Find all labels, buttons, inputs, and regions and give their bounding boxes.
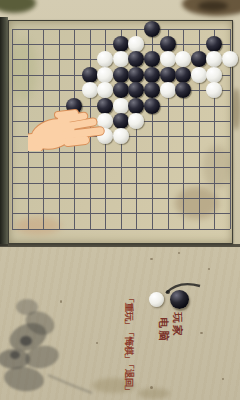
stone-white: [82, 82, 98, 98]
stone-black: [144, 82, 160, 98]
grid-line-horizontal: [12, 152, 230, 153]
computer-label: 电脑: [157, 316, 170, 342]
stone-black: [144, 98, 160, 114]
paper-speck: [200, 332, 203, 334]
vertical-char: 玩: [171, 311, 184, 324]
stone-black: [128, 98, 144, 114]
grid-line-horizontal: [12, 198, 230, 199]
paper-speck: [150, 386, 153, 389]
stone-white: [113, 98, 129, 114]
grid-line-horizontal: [12, 229, 230, 230]
stone-white: [160, 51, 176, 67]
stone-white: [97, 67, 113, 83]
stone-black: [128, 67, 144, 83]
stone-black: [191, 51, 207, 67]
paper-speck: [96, 342, 98, 344]
paper-speck: [222, 378, 224, 380]
paper-speck: [150, 258, 153, 260]
stone-black: [113, 36, 129, 52]
legend-white-stone: [149, 292, 164, 307]
stone-white: [128, 36, 144, 52]
grid-line-horizontal: [12, 167, 230, 168]
stone-white: [128, 113, 144, 129]
stone-white: [206, 82, 222, 98]
board-stain-orange: [15, 217, 61, 235]
grid-line-horizontal: [12, 213, 230, 214]
stone-white: [206, 51, 222, 67]
stone-white: [160, 82, 176, 98]
vertical-char: 」: [124, 384, 133, 397]
grid-line-horizontal: [12, 29, 230, 30]
stone-black: [160, 67, 176, 83]
stone-white: [97, 51, 113, 67]
vertical-char: 家: [171, 324, 184, 337]
brush-flourish: [163, 278, 203, 298]
stone-black: [175, 67, 191, 83]
ink-flower-painting: [0, 285, 100, 400]
grid-line-horizontal: [12, 183, 230, 184]
stone-white: [113, 128, 129, 144]
stone-black: [128, 51, 144, 67]
vertical-char: 电: [157, 316, 170, 329]
stone-white: [206, 67, 222, 83]
stone-black: [175, 82, 191, 98]
stone-black: [113, 113, 129, 129]
board-left-edge: [0, 17, 8, 246]
leaf-mark-2: [138, 388, 170, 399]
back-button[interactable]: 「退回」: [122, 360, 135, 395]
stone-black: [144, 67, 160, 83]
paper-speck: [60, 300, 62, 303]
stone-black: [113, 67, 129, 83]
board-stain-green: [11, 39, 37, 101]
stone-white: [97, 82, 113, 98]
stone-white: [191, 67, 207, 83]
player-label: 玩家: [171, 311, 184, 337]
stone-black: [160, 36, 176, 52]
stone-white: [222, 51, 238, 67]
stone-black: [113, 82, 129, 98]
stone-white: [113, 51, 129, 67]
paper-speck: [208, 268, 210, 270]
stone-black: [128, 82, 144, 98]
stone-black: [206, 36, 222, 52]
game-screen: 玩家 电脑 「重玩」 「悔棋」 「退回」: [0, 0, 240, 400]
replay-button[interactable]: 「重玩」: [122, 294, 135, 329]
stone-black: [144, 21, 160, 37]
stone-black: [82, 67, 98, 83]
ink-blotch-top-right-dark: [198, 1, 228, 11]
paper-speck: [178, 252, 180, 254]
pointing-hand-cursor: [28, 103, 108, 151]
vertical-char: 脑: [157, 329, 170, 342]
